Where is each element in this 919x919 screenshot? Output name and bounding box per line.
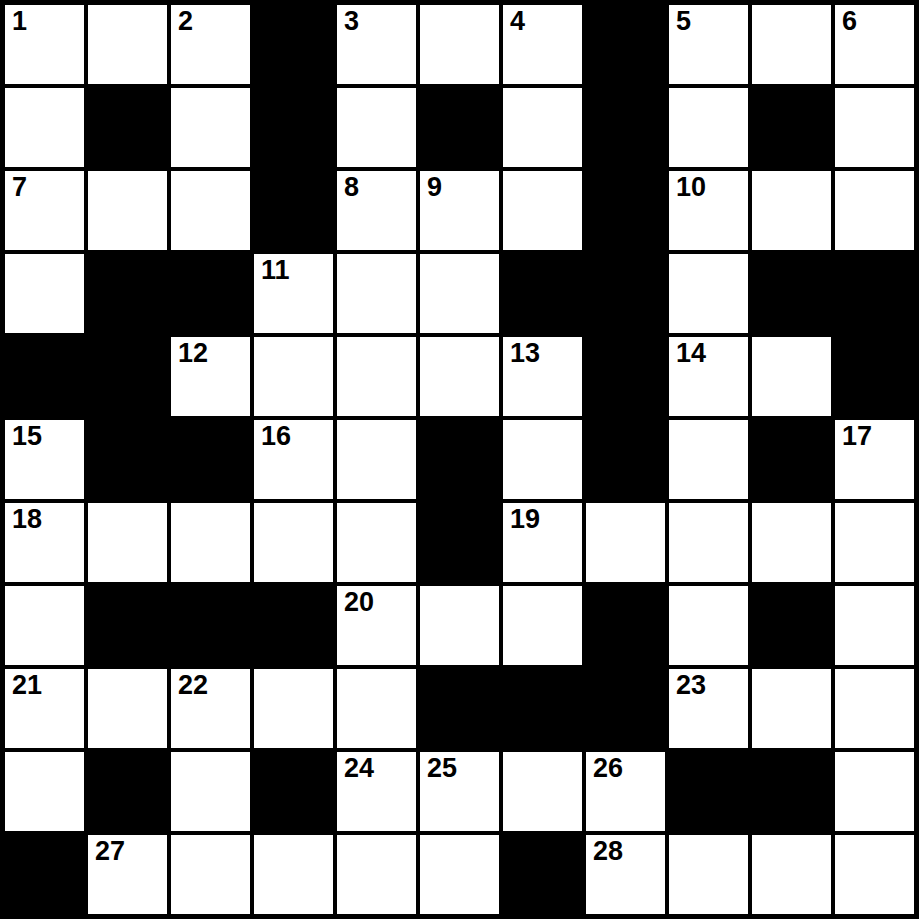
clue-number-24: 24 [344,754,374,782]
clue-number-11: 11 [261,256,290,284]
letter-cell-r1c8[interactable] [669,88,748,167]
letter-cell-r4c8[interactable]: 14 [669,337,748,416]
letter-cell-r1c2[interactable] [171,88,250,167]
block-cell-r0c3 [254,5,333,84]
letter-cell-r6c6[interactable]: 19 [503,503,582,582]
letter-cell-r0c2[interactable]: 2 [171,5,250,84]
block-cell-r5c2 [171,420,250,499]
letter-cell-r9c2[interactable] [171,752,250,831]
letter-cell-r10c5[interactable] [420,835,499,914]
letter-cell-r2c2[interactable] [171,171,250,250]
clue-number-20: 20 [344,588,374,616]
letter-cell-r10c8[interactable] [669,835,748,914]
letter-cell-r3c8[interactable] [669,254,748,333]
letter-cell-r4c5[interactable] [420,337,499,416]
letter-cell-r5c6[interactable] [503,420,582,499]
letter-cell-r10c9[interactable] [752,835,831,914]
letter-cell-r8c8[interactable]: 23 [669,669,748,748]
block-cell-r3c7 [586,254,665,333]
letter-cell-r0c4[interactable]: 3 [337,5,416,84]
block-cell-r3c10 [835,254,914,333]
letter-cell-r6c3[interactable] [254,503,333,582]
letter-cell-r10c1[interactable]: 27 [88,835,167,914]
letter-cell-r5c4[interactable] [337,420,416,499]
letter-cell-r0c6[interactable]: 4 [503,5,582,84]
letter-cell-r4c2[interactable]: 12 [171,337,250,416]
letter-cell-r9c5[interactable]: 25 [420,752,499,831]
letter-cell-r0c1[interactable] [88,5,167,84]
letter-cell-r7c4[interactable]: 20 [337,586,416,665]
clue-number-28: 28 [593,837,623,865]
block-cell-r10c6 [503,835,582,914]
letter-cell-r9c6[interactable] [503,752,582,831]
letter-cell-r6c7[interactable] [586,503,665,582]
letter-cell-r2c1[interactable] [88,171,167,250]
clue-number-21: 21 [12,671,42,699]
block-cell-r8c7 [586,669,665,748]
block-cell-r9c3 [254,752,333,831]
letter-cell-r5c3[interactable]: 16 [254,420,333,499]
letter-cell-r5c0[interactable]: 15 [5,420,84,499]
letter-cell-r7c8[interactable] [669,586,748,665]
letter-cell-r8c2[interactable]: 22 [171,669,250,748]
letter-cell-r9c7[interactable]: 26 [586,752,665,831]
letter-cell-r7c5[interactable] [420,586,499,665]
letter-cell-r6c1[interactable] [88,503,167,582]
letter-cell-r8c0[interactable]: 21 [5,669,84,748]
clue-number-10: 10 [676,173,706,201]
block-cell-r1c3 [254,88,333,167]
block-cell-r3c1 [88,254,167,333]
letter-cell-r6c9[interactable] [752,503,831,582]
block-cell-r3c6 [503,254,582,333]
block-cell-r7c7 [586,586,665,665]
clue-number-1: 1 [12,7,27,35]
letter-cell-r8c3[interactable] [254,669,333,748]
letter-cell-r4c9[interactable] [752,337,831,416]
block-cell-r4c0 [5,337,84,416]
block-cell-r5c5 [420,420,499,499]
block-cell-r5c7 [586,420,665,499]
letter-cell-r0c9[interactable] [752,5,831,84]
clue-number-17: 17 [842,422,872,450]
block-cell-r7c3 [254,586,333,665]
crossword-board: 1234567891011121314151617181920212223242… [0,0,919,919]
clue-number-6: 6 [842,7,857,35]
letter-cell-r4c6[interactable]: 13 [503,337,582,416]
block-cell-r10c0 [5,835,84,914]
letter-cell-r9c0[interactable] [5,752,84,831]
letter-cell-r2c5[interactable]: 9 [420,171,499,250]
letter-cell-r8c9[interactable] [752,669,831,748]
letter-cell-r3c3[interactable]: 11 [254,254,333,333]
block-cell-r1c1 [88,88,167,167]
letter-cell-r6c8[interactable] [669,503,748,582]
block-cell-r1c5 [420,88,499,167]
block-cell-r2c3 [254,171,333,250]
block-cell-r4c1 [88,337,167,416]
clue-number-23: 23 [676,671,706,699]
letter-cell-r2c10[interactable] [835,171,914,250]
letter-cell-r6c10[interactable] [835,503,914,582]
clue-number-25: 25 [427,754,457,782]
clue-number-7: 7 [12,173,27,201]
clue-number-26: 26 [593,754,623,782]
block-cell-r5c1 [88,420,167,499]
letter-cell-r1c4[interactable] [337,88,416,167]
clue-number-8: 8 [344,173,359,201]
clue-number-15: 15 [12,422,42,450]
letter-cell-r10c3[interactable] [254,835,333,914]
block-cell-r3c2 [171,254,250,333]
block-cell-r4c7 [586,337,665,416]
letter-cell-r1c0[interactable] [5,88,84,167]
clue-number-4: 4 [510,7,525,35]
letter-cell-r0c0[interactable]: 1 [5,5,84,84]
letter-cell-r0c8[interactable]: 5 [669,5,748,84]
clue-number-13: 13 [510,339,540,367]
clue-number-18: 18 [12,505,42,533]
block-cell-r2c7 [586,171,665,250]
letter-cell-r7c10[interactable] [835,586,914,665]
letter-cell-r7c0[interactable] [5,586,84,665]
clue-number-12: 12 [178,339,208,367]
clue-number-14: 14 [676,339,706,367]
letter-cell-r2c0[interactable]: 7 [5,171,84,250]
block-cell-r7c9 [752,586,831,665]
block-cell-r0c7 [586,5,665,84]
clue-number-19: 19 [510,505,540,533]
letter-cell-r2c9[interactable] [752,171,831,250]
letter-cell-r2c8[interactable]: 10 [669,171,748,250]
block-cell-r8c6 [503,669,582,748]
letter-cell-r10c10[interactable] [835,835,914,914]
letter-cell-r3c0[interactable] [5,254,84,333]
letter-cell-r8c4[interactable] [337,669,416,748]
letter-cell-r8c1[interactable] [88,669,167,748]
block-cell-r9c9 [752,752,831,831]
block-cell-r1c7 [586,88,665,167]
letter-cell-r6c0[interactable]: 18 [5,503,84,582]
block-cell-r3c9 [752,254,831,333]
letter-cell-r5c8[interactable] [669,420,748,499]
clue-number-5: 5 [676,7,691,35]
letter-cell-r9c10[interactable] [835,752,914,831]
letter-cell-r5c10[interactable]: 17 [835,420,914,499]
letter-cell-r7c6[interactable] [503,586,582,665]
letter-cell-r10c4[interactable] [337,835,416,914]
letter-cell-r2c4[interactable]: 8 [337,171,416,250]
block-cell-r1c9 [752,88,831,167]
letter-cell-r1c10[interactable] [835,88,914,167]
block-cell-r7c2 [171,586,250,665]
clue-number-16: 16 [261,422,291,450]
block-cell-r8c5 [420,669,499,748]
clue-number-3: 3 [344,7,359,35]
letter-cell-r3c5[interactable] [420,254,499,333]
letter-cell-r1c6[interactable] [503,88,582,167]
letter-cell-r2c6[interactable] [503,171,582,250]
letter-cell-r4c3[interactable] [254,337,333,416]
letter-cell-r0c5[interactable] [420,5,499,84]
block-cell-r9c1 [88,752,167,831]
letter-cell-r6c4[interactable] [337,503,416,582]
letter-cell-r0c10[interactable]: 6 [835,5,914,84]
block-cell-r7c1 [88,586,167,665]
block-cell-r4c10 [835,337,914,416]
letter-cell-r8c10[interactable] [835,669,914,748]
block-cell-r5c9 [752,420,831,499]
letter-cell-r10c2[interactable] [171,835,250,914]
letter-cell-r3c4[interactable] [337,254,416,333]
clue-number-2: 2 [178,7,193,35]
letter-cell-r9c4[interactable]: 24 [337,752,416,831]
letter-cell-r10c7[interactable]: 28 [586,835,665,914]
clue-number-27: 27 [95,837,125,865]
letter-cell-r4c4[interactable] [337,337,416,416]
block-cell-r9c8 [669,752,748,831]
block-cell-r6c5 [420,503,499,582]
clue-number-9: 9 [427,173,442,201]
letter-cell-r6c2[interactable] [171,503,250,582]
clue-number-22: 22 [178,671,208,699]
